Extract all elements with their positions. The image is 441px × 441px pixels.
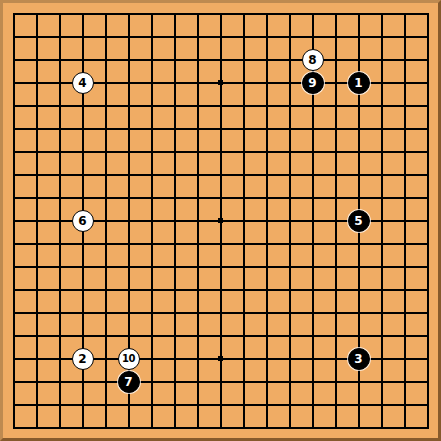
stone-black-9[interactable]: 9 <box>302 72 324 94</box>
stone-black-7[interactable]: 7 <box>118 371 140 393</box>
go-board[interactable]: 12345678910 <box>2 2 439 439</box>
board-frame: 12345678910 <box>0 0 441 441</box>
stone-black-3[interactable]: 3 <box>348 348 370 370</box>
stone-white-2[interactable]: 2 <box>72 348 94 370</box>
stone-black-5[interactable]: 5 <box>348 210 370 232</box>
stone-white-8[interactable]: 8 <box>302 49 324 71</box>
star-point <box>218 218 223 223</box>
stone-white-6[interactable]: 6 <box>72 210 94 232</box>
stone-white-10[interactable]: 10 <box>118 348 140 370</box>
stone-black-1[interactable]: 1 <box>348 72 370 94</box>
stone-white-4[interactable]: 4 <box>72 72 94 94</box>
star-point <box>218 80 223 85</box>
star-point <box>218 356 223 361</box>
